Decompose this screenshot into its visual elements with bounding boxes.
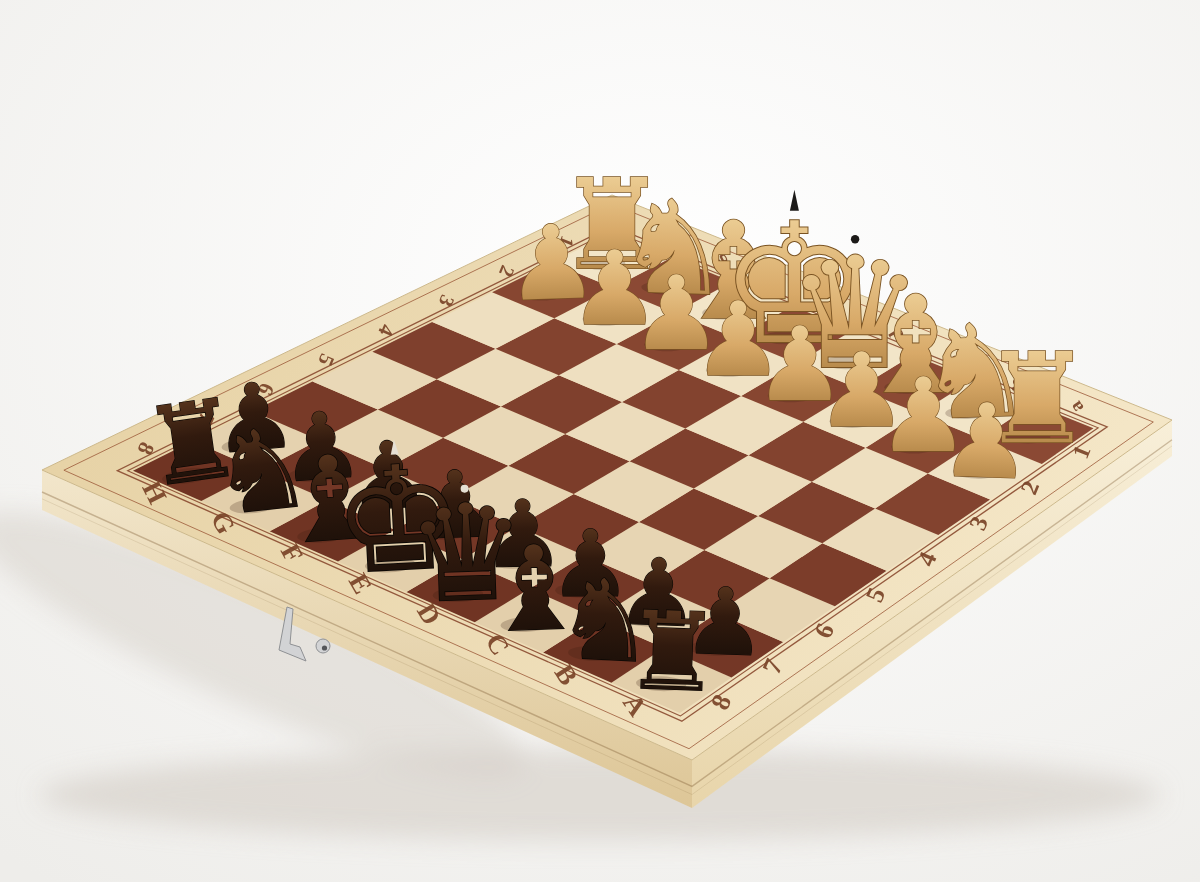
piece-glyph: ♜ [622,588,723,716]
piece-white-pawn-a2: ♟ [938,380,1034,502]
photo-canvas: AaBbCcDdEeFfGgHh1122334455667788♜♞♟♝♟♚♟♛… [0,0,1200,882]
latch-pin [322,645,327,650]
queen-ball-finial [851,235,859,243]
chess-set-photo: AaBbCcDdEeFfGgHh1122334455667788♜♞♟♝♟♚♟♛… [0,0,1200,882]
piece-glyph: ♟ [938,380,1034,502]
piece-black-rook-a8: ♜ [622,588,723,716]
